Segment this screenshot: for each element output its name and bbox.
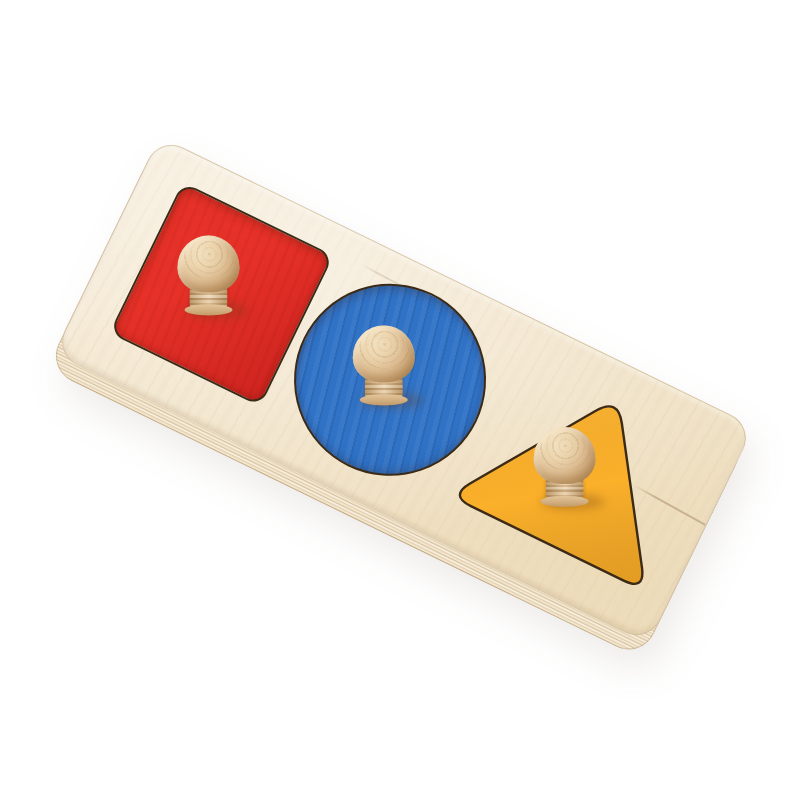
- circle-knob: [351, 325, 417, 407]
- knob-cap: [177, 235, 239, 292]
- product-photo: [0, 0, 800, 800]
- triangle-knob: [532, 427, 598, 509]
- board-face: [53, 136, 754, 644]
- knob-cap: [353, 325, 415, 382]
- square-knob: [175, 235, 241, 317]
- knob-cap: [534, 427, 596, 484]
